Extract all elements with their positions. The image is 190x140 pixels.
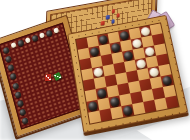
grid-piece-red — [101, 21, 105, 25]
grid-piece-blue — [106, 15, 110, 19]
tray-piece-black — [17, 99, 24, 107]
board-game-set-photo — [0, 0, 190, 140]
black-piece-tray-column — [2, 46, 29, 125]
board-square-dark — [165, 96, 178, 109]
tray-piece-black — [12, 82, 19, 90]
checker-piece-black — [122, 105, 133, 116]
tray-piece-black — [5, 55, 12, 63]
tray-piece-black — [31, 34, 38, 42]
tray-piece-black — [14, 91, 21, 99]
green-die — [53, 71, 62, 81]
tray-piece-white — [25, 37, 32, 44]
tray-piece-white — [10, 42, 17, 49]
tray-piece-black — [7, 64, 14, 72]
tray-piece-black — [17, 39, 24, 47]
grid-piece-red — [116, 13, 120, 17]
tray-piece-black — [45, 29, 52, 37]
tray-piece-black — [21, 117, 28, 125]
dice-pair — [44, 70, 61, 82]
checkers-grid — [75, 22, 180, 124]
tray-piece-white — [39, 32, 46, 39]
grid-piece-blue — [111, 19, 115, 23]
tray-piece-black — [19, 108, 26, 116]
red-die — [45, 73, 52, 81]
tray-piece-white — [53, 27, 60, 34]
tray-piece-black — [10, 73, 17, 81]
piece-tray-top-row — [10, 27, 59, 49]
tray-piece-black — [3, 46, 10, 54]
checkers-board — [67, 15, 188, 133]
grid-piece-red — [111, 9, 115, 13]
